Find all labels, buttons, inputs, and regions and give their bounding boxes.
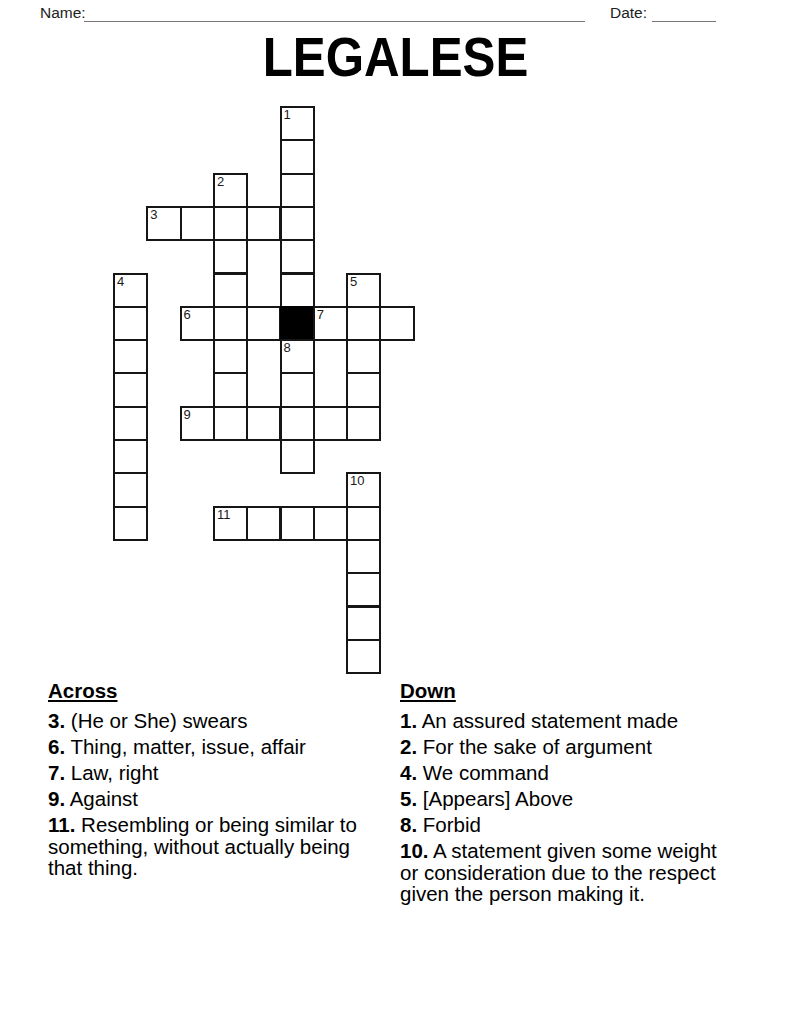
grid-cell[interactable] [346,606,381,641]
clue-number-label: 9. [48,787,65,810]
across-heading: Across [48,679,382,702]
grid-cell[interactable] [213,239,248,274]
grid-cell[interactable] [113,472,148,507]
grid-cell[interactable] [213,273,248,308]
grid-cell[interactable] [346,572,381,607]
grid-cell[interactable] [313,306,348,341]
name-input-line[interactable] [84,6,585,22]
down-clue-2: 2. For the sake of argument [400,736,734,758]
grid-cell[interactable] [346,472,381,507]
grid-cell[interactable] [180,206,215,241]
across-clue-11: 11. Resembling or being similar to somet… [48,814,382,879]
grid-cell[interactable] [346,339,381,374]
down-clue-4: 4. We command [400,762,734,784]
grid-cell[interactable] [313,506,348,541]
across-clue-7: 7. Law, right [48,762,382,784]
grid-cell[interactable] [280,439,315,474]
across-clue-6: 6. Thing, matter, issue, affair [48,736,382,758]
grid-cell[interactable] [379,306,414,341]
crossword-grid: 1234567891011 [113,106,415,675]
down-section: Down 1. An assured statement made2. For … [400,679,734,909]
grid-cell[interactable] [280,106,315,141]
grid-cell[interactable] [213,206,248,241]
grid-cell[interactable] [180,306,215,341]
grid-cell[interactable] [346,372,381,407]
grid-cell[interactable] [246,406,281,441]
grid-cell[interactable] [280,406,315,441]
clue-number-label: 1. [400,709,417,732]
clue-number-label: 4. [400,761,417,784]
grid-cell[interactable] [280,273,315,308]
down-clue-5: 5. [Appears] Above [400,788,734,810]
grid-cell[interactable] [113,439,148,474]
clue-number-label: 7. [48,761,65,784]
grid-cell[interactable] [346,506,381,541]
across-clue-3: 3. (He or She) swears [48,710,382,732]
grid-cell[interactable] [113,406,148,441]
grid-cell[interactable] [113,339,148,374]
grid-cell[interactable] [213,306,248,341]
date-label: Date: [610,4,647,22]
grid-cell[interactable] [213,506,248,541]
grid-cell[interactable] [113,506,148,541]
grid-cell[interactable] [280,239,315,274]
grid-cell[interactable] [246,506,281,541]
grid-cell[interactable] [346,539,381,574]
clue-number-label: 3. [48,709,65,732]
black-cell [280,306,315,341]
grid-cell[interactable] [313,406,348,441]
grid-cell[interactable] [346,406,381,441]
grid-cell[interactable] [346,273,381,308]
grid-cell[interactable] [213,372,248,407]
grid-cell[interactable] [246,206,281,241]
name-label: Name: [40,4,86,22]
across-clue-9: 9. Against [48,788,382,810]
clue-number-label: 8. [400,813,417,836]
grid-cell[interactable] [280,173,315,208]
down-clue-list: 1. An assured statement made2. For the s… [400,710,734,905]
date-input-line[interactable] [652,6,716,22]
grid-cell[interactable] [213,339,248,374]
grid-cell[interactable] [246,306,281,341]
grid-cell[interactable] [280,372,315,407]
clue-number-label: 10. [400,839,429,862]
clue-number-label: 11. [48,813,75,836]
worksheet-page: Name: Date: LEGALESE 1234567891011 Acros… [0,0,791,1024]
down-clue-10: 10. A statement given some weight or con… [400,840,734,905]
grid-cell[interactable] [113,372,148,407]
grid-cell[interactable] [280,139,315,174]
grid-cell[interactable] [213,406,248,441]
grid-cell[interactable] [146,206,181,241]
grid-cell[interactable] [113,306,148,341]
grid-cell[interactable] [213,173,248,208]
grid-cell[interactable] [346,639,381,674]
clue-number-label: 5. [400,787,417,810]
grid-cell[interactable] [180,406,215,441]
grid-cell[interactable] [280,506,315,541]
down-heading: Down [400,679,734,702]
clue-number-label: 6. [48,735,65,758]
grid-cell[interactable] [113,273,148,308]
grid-cell[interactable] [280,339,315,374]
across-section: Across 3. (He or She) swears6. Thing, ma… [48,679,382,883]
down-clue-8: 8. Forbid [400,814,734,836]
puzzle-title: LEGALESE [47,24,743,89]
down-clue-1: 1. An assured statement made [400,710,734,732]
across-clue-list: 3. (He or She) swears6. Thing, matter, i… [48,710,382,879]
grid-cell[interactable] [346,306,381,341]
grid-cell[interactable] [280,206,315,241]
clue-number-label: 2. [400,735,417,758]
